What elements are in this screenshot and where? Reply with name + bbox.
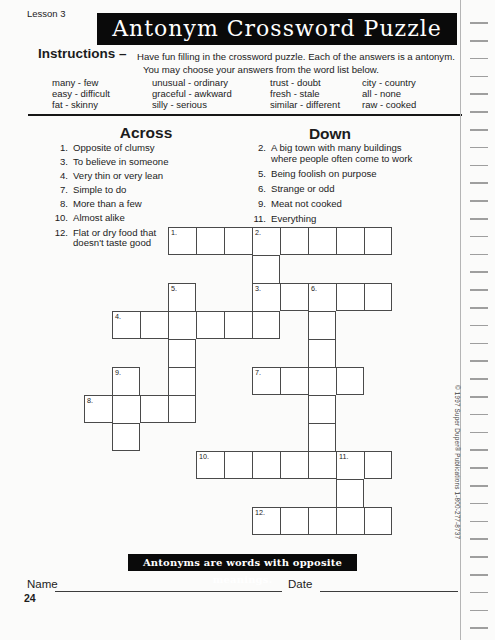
grid-cell[interactable] bbox=[336, 479, 364, 507]
divider-rule bbox=[28, 114, 462, 116]
clue-number: 7. bbox=[46, 185, 68, 196]
crossword-grid: 1.2.5.3.6.4.9.7.8.10.11.12. bbox=[84, 227, 392, 535]
grid-cell[interactable] bbox=[224, 451, 252, 479]
word-pair: fat - skinny bbox=[52, 100, 152, 111]
grid-cell[interactable] bbox=[280, 283, 308, 311]
grid-cell[interactable] bbox=[308, 507, 336, 535]
grid-cell[interactable] bbox=[168, 367, 196, 395]
grid-cell[interactable]: 4. bbox=[112, 311, 140, 339]
grid-cell[interactable] bbox=[280, 227, 308, 255]
grid-cell[interactable] bbox=[336, 283, 364, 311]
clue-number-label: 5. bbox=[171, 284, 177, 293]
word-pair: graceful - awkward bbox=[152, 89, 270, 100]
grid-cell[interactable] bbox=[308, 423, 336, 451]
grid-cell[interactable] bbox=[280, 451, 308, 479]
clue-number-label: 10. bbox=[199, 452, 209, 461]
clue-number: 12. bbox=[46, 228, 68, 249]
grid-cell[interactable] bbox=[224, 311, 252, 339]
clue-text: Simple to do bbox=[68, 185, 248, 196]
clue-item: 7.Simple to do bbox=[46, 185, 248, 196]
grid-cell[interactable] bbox=[196, 227, 224, 255]
date-line[interactable] bbox=[320, 591, 458, 592]
clue-text: Strange or odd bbox=[266, 184, 446, 195]
word-pair: easy - difficult bbox=[52, 89, 152, 100]
down-clues: 2.A big town with many buildings where p… bbox=[246, 143, 446, 229]
clue-number: 5. bbox=[246, 169, 266, 180]
copyright-text: © 1997 Super Duper® Publications 1-800-2… bbox=[454, 385, 461, 539]
word-pair: fresh - stale bbox=[270, 89, 362, 100]
clue-item: 5.Being foolish on purpose bbox=[246, 169, 446, 180]
grid-cell[interactable] bbox=[308, 395, 336, 423]
clue-number-label: 11. bbox=[339, 452, 348, 461]
grid-cell[interactable] bbox=[140, 311, 168, 339]
grid-cell[interactable] bbox=[308, 339, 336, 367]
word-pair: silly - serious bbox=[152, 100, 270, 111]
across-heading: Across bbox=[114, 124, 178, 142]
clue-text: Almost alike bbox=[68, 213, 248, 224]
word-pair: similar - different bbox=[270, 100, 362, 111]
grid-cell[interactable]: 2. bbox=[252, 227, 280, 255]
grid-cell[interactable]: 3. bbox=[252, 283, 280, 311]
clue-item: 6.Strange or odd bbox=[246, 184, 446, 195]
word-pair: all - none bbox=[362, 89, 416, 100]
clue-item: 10.Almost alike bbox=[46, 213, 248, 224]
word-list-column: many - feweasy - difficultfat - skinny bbox=[52, 78, 152, 110]
word-pair: raw - cooked bbox=[362, 100, 416, 111]
down-heading: Down bbox=[298, 125, 362, 143]
grid-cell[interactable]: 9. bbox=[112, 367, 140, 395]
page-edge-line bbox=[460, 0, 461, 640]
clue-number-label: 6. bbox=[311, 284, 317, 293]
clue-number: 9. bbox=[246, 199, 266, 210]
page-number: 24 bbox=[24, 592, 36, 604]
grid-cell[interactable]: 7. bbox=[252, 367, 280, 395]
grid-cell[interactable] bbox=[364, 451, 392, 479]
grid-cell[interactable] bbox=[252, 311, 280, 339]
instructions-line2: You may choose your answers from the wor… bbox=[143, 64, 379, 75]
clue-number-label: 2. bbox=[255, 228, 261, 237]
grid-cell[interactable] bbox=[112, 423, 140, 451]
clue-text: Opposite of clumsy bbox=[68, 143, 248, 154]
clue-item: 8.More than a few bbox=[46, 199, 248, 210]
clue-item: 1.Opposite of clumsy bbox=[46, 143, 248, 154]
grid-cell[interactable]: 5. bbox=[168, 283, 196, 311]
page-title: Antonym Crossword Puzzle bbox=[97, 13, 457, 45]
grid-cell[interactable]: 6. bbox=[308, 283, 336, 311]
word-list-column: city - countryall - noneraw - cooked bbox=[362, 78, 416, 110]
clue-number: 2. bbox=[246, 143, 266, 164]
clue-item: 2.A big town with many buildings where p… bbox=[246, 143, 446, 164]
clue-number-label: 3. bbox=[255, 284, 261, 293]
clue-text: Everything bbox=[266, 214, 446, 225]
grid-cell[interactable] bbox=[364, 507, 392, 535]
grid-cell[interactable] bbox=[168, 311, 196, 339]
grid-cell[interactable] bbox=[308, 451, 336, 479]
footer-banner: Antonyms are words with opposite meaning… bbox=[128, 554, 357, 571]
grid-cell[interactable]: 10. bbox=[196, 451, 224, 479]
clue-item: 3.To believe in someone bbox=[46, 157, 248, 168]
binding-ticks bbox=[470, 6, 488, 636]
clue-number: 1. bbox=[46, 143, 68, 154]
name-label: Name bbox=[27, 578, 58, 590]
clue-text: To believe in someone bbox=[68, 157, 248, 168]
grid-cell[interactable] bbox=[336, 367, 364, 395]
clue-number-label: 7. bbox=[255, 368, 261, 377]
name-line[interactable] bbox=[55, 591, 282, 592]
grid-cell[interactable] bbox=[280, 367, 308, 395]
clue-number-label: 4. bbox=[115, 312, 121, 321]
grid-cell[interactable] bbox=[364, 227, 392, 255]
word-list-column: unusual - ordinarygraceful - awkwardsill… bbox=[152, 78, 270, 110]
grid-cell[interactable] bbox=[140, 395, 168, 423]
grid-cell[interactable] bbox=[112, 395, 140, 423]
clue-number: 8. bbox=[46, 199, 68, 210]
grid-cell[interactable] bbox=[252, 255, 280, 283]
clue-number: 4. bbox=[46, 171, 68, 182]
clue-text: Meat not cooked bbox=[266, 199, 446, 210]
clue-number-label: 1. bbox=[171, 228, 177, 237]
date-label: Date bbox=[288, 578, 312, 590]
grid-cell[interactable]: 1. bbox=[168, 227, 196, 255]
clue-number: 10. bbox=[46, 213, 68, 224]
clue-text: A big town with many buildings where peo… bbox=[266, 143, 446, 164]
grid-cell[interactable] bbox=[336, 227, 364, 255]
grid-cell[interactable]: 12. bbox=[252, 507, 280, 535]
grid-cell[interactable] bbox=[196, 311, 224, 339]
clue-number-label: 8. bbox=[87, 396, 93, 405]
clue-item: 11.Everything bbox=[246, 214, 446, 225]
grid-cell[interactable] bbox=[308, 367, 336, 395]
clue-text: More than a few bbox=[68, 199, 248, 210]
clue-number: 11. bbox=[246, 214, 266, 225]
word-list: many - feweasy - difficultfat - skinnyun… bbox=[52, 78, 416, 110]
grid-cell[interactable] bbox=[336, 507, 364, 535]
clue-number: 3. bbox=[46, 157, 68, 168]
clue-number: 6. bbox=[246, 184, 266, 195]
clue-text: Very thin or very lean bbox=[68, 171, 248, 182]
grid-cell[interactable]: 11. bbox=[336, 451, 364, 479]
instructions-label: Instructions – bbox=[38, 46, 127, 61]
clue-item: 4.Very thin or very lean bbox=[46, 171, 248, 182]
grid-cell[interactable] bbox=[224, 227, 252, 255]
grid-cell[interactable] bbox=[252, 451, 280, 479]
lesson-label: Lesson 3 bbox=[27, 8, 66, 19]
word-list-column: trust - doubtfresh - stalesimilar - diff… bbox=[270, 78, 362, 110]
grid-cell[interactable] bbox=[364, 283, 392, 311]
grid-cell[interactable] bbox=[280, 507, 308, 535]
instructions-line1: Have fun filling in the crossword puzzle… bbox=[137, 51, 455, 62]
grid-cell[interactable] bbox=[308, 227, 336, 255]
grid-cell[interactable] bbox=[168, 339, 196, 367]
grid-cell[interactable]: 8. bbox=[84, 395, 112, 423]
clue-number-label: 12. bbox=[255, 508, 265, 517]
grid-cell[interactable] bbox=[168, 395, 196, 423]
clue-number-label: 9. bbox=[115, 368, 121, 377]
clue-item: 9.Meat not cooked bbox=[246, 199, 446, 210]
grid-cell[interactable] bbox=[308, 311, 336, 339]
clue-text: Being foolish on purpose bbox=[266, 169, 446, 180]
